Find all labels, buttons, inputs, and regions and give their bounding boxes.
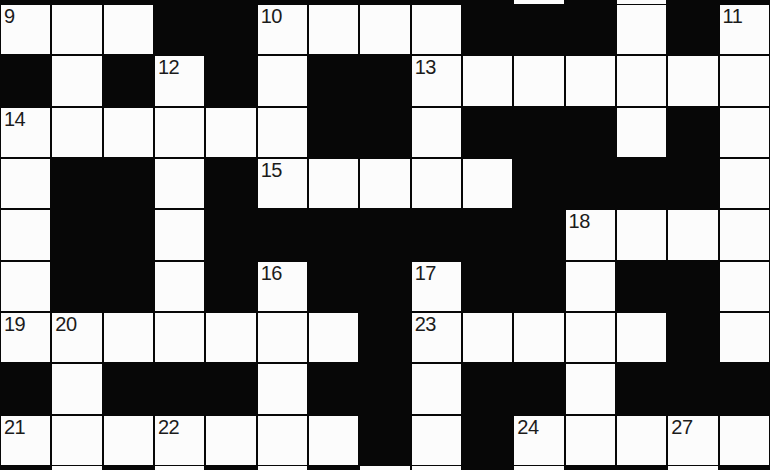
black-cell-r6c13 [616,261,667,312]
white-cell-r4c8[interactable] [359,158,410,209]
black-cell-r5c6 [257,209,308,260]
black-cell-r4c14 [667,158,718,209]
clue-number-12: 12 [158,57,179,77]
black-cell-r5c11 [513,209,564,260]
black-cell-r9c8 [359,415,410,466]
clue-number-14: 14 [4,109,25,129]
white-cell-r7c12[interactable] [565,312,616,363]
black-cell-r6c14 [667,261,718,312]
white-cell-r2c9[interactable]: 13 [411,55,462,106]
clue-number-17: 17 [415,263,436,283]
white-cell-r2c12[interactable] [565,55,616,106]
white-cell-r2c15[interactable] [719,55,770,106]
black-cell-r6c8 [359,261,410,312]
black-cell-r5c3 [103,209,154,260]
black-cell-r7c8 [359,312,410,363]
white-cell-r5c15[interactable] [719,209,770,260]
black-cell-r1c10 [462,4,513,55]
white-cell-r3c15[interactable] [719,107,770,158]
white-cell-r4c15[interactable] [719,158,770,209]
white-cell-r7c1[interactable]: 19 [0,312,51,363]
white-cell-r5c14[interactable] [667,209,718,260]
white-cell-r9c1[interactable]: 21 [0,415,51,466]
bottom-sliver-cell-c6 [257,466,308,470]
black-cell-r2c3 [103,55,154,106]
bottom-sliver-cell-c8 [359,466,410,470]
black-cell-r3c8 [359,107,410,158]
black-cell-r8c13 [616,363,667,414]
white-cell-r1c15[interactable]: 11 [719,4,770,55]
white-cell-r2c13[interactable] [616,55,667,106]
white-cell-r2c6[interactable] [257,55,308,106]
white-cell-r6c1[interactable] [0,261,51,312]
white-cell-r2c14[interactable] [667,55,718,106]
white-cell-r2c10[interactable] [462,55,513,106]
white-cell-r7c3[interactable] [103,312,154,363]
bottom-sliver-cell-c11 [513,466,564,470]
black-cell-r4c5 [205,158,256,209]
black-cell-r8c3 [103,363,154,414]
white-cell-r5c13[interactable] [616,209,667,260]
black-cell-r8c1 [0,363,51,414]
white-cell-r2c2[interactable] [51,55,102,106]
clue-number-22: 22 [158,417,179,437]
white-cell-r8c12[interactable] [565,363,616,414]
black-cell-r6c7 [308,261,359,312]
white-cell-r9c13[interactable] [616,415,667,466]
black-cell-r4c12 [565,158,616,209]
white-cell-r3c3[interactable] [103,107,154,158]
white-cell-r7c10[interactable] [462,312,513,363]
black-cell-r5c8 [359,209,410,260]
white-cell-r8c6[interactable] [257,363,308,414]
black-cell-r4c3 [103,158,154,209]
white-cell-r7c7[interactable] [308,312,359,363]
white-cell-r5c12[interactable]: 18 [565,209,616,260]
white-cell-r9c11[interactable]: 24 [513,415,564,466]
bottom-sliver-cell-c1 [0,466,51,470]
black-cell-r8c14 [667,363,718,414]
white-cell-r7c2[interactable]: 20 [51,312,102,363]
black-cell-r9c10 [462,415,513,466]
white-cell-r6c6[interactable]: 16 [257,261,308,312]
clue-number-21: 21 [4,417,25,437]
white-cell-r3c6[interactable] [257,107,308,158]
bottom-sliver-cell-c4 [154,466,205,470]
white-cell-r6c4[interactable] [154,261,205,312]
clue-number-9: 9 [4,6,15,26]
black-cell-r3c11 [513,107,564,158]
black-cell-r8c8 [359,363,410,414]
black-cell-r6c3 [103,261,154,312]
black-cell-r2c1 [0,55,51,106]
white-cell-r9c2[interactable] [51,415,102,466]
white-cell-r1c2[interactable] [51,4,102,55]
white-cell-r1c3[interactable] [103,4,154,55]
black-cell-r2c7 [308,55,359,106]
black-cell-r1c11 [513,4,564,55]
black-cell-r5c9 [411,209,462,260]
black-cell-r6c2 [51,261,102,312]
black-cell-r1c12 [565,4,616,55]
black-cell-r1c5 [205,4,256,55]
black-cell-r6c5 [205,261,256,312]
black-cell-r8c4 [154,363,205,414]
black-cell-r2c5 [205,55,256,106]
black-cell-r4c13 [616,158,667,209]
bottom-sliver-cell-c15 [719,466,770,470]
black-cell-r8c11 [513,363,564,414]
white-cell-r7c15[interactable] [719,312,770,363]
white-cell-r5c1[interactable] [0,209,51,260]
white-cell-r4c10[interactable] [462,158,513,209]
white-cell-r1c9[interactable] [411,4,462,55]
black-cell-r8c5 [205,363,256,414]
white-cell-r4c9[interactable] [411,158,462,209]
white-cell-r5c4[interactable] [154,209,205,260]
white-cell-r4c4[interactable] [154,158,205,209]
clue-number-16: 16 [261,263,282,283]
white-cell-r9c7[interactable] [308,415,359,466]
clue-number-11: 11 [723,6,743,26]
crossword-board-wrap: 910111213141518161719202321222427 [0,0,770,470]
white-cell-r3c13[interactable] [616,107,667,158]
black-cell-r6c11 [513,261,564,312]
white-cell-r9c3[interactable] [103,415,154,466]
white-cell-r9c9[interactable] [411,415,462,466]
black-cell-r3c14 [667,107,718,158]
white-cell-r3c4[interactable] [154,107,205,158]
white-cell-r2c11[interactable] [513,55,564,106]
white-cell-r9c12[interactable] [565,415,616,466]
bottom-sliver-cell-c10 [462,466,513,470]
white-cell-r1c1[interactable]: 9 [0,4,51,55]
white-cell-r3c5[interactable] [205,107,256,158]
white-cell-r3c1[interactable]: 14 [0,107,51,158]
bottom-sliver-cell-c7 [308,466,359,470]
black-cell-r3c12 [565,107,616,158]
white-cell-r1c6[interactable]: 10 [257,4,308,55]
white-cell-r1c7[interactable] [308,4,359,55]
black-cell-r3c10 [462,107,513,158]
white-cell-r6c12[interactable] [565,261,616,312]
white-cell-r3c2[interactable] [51,107,102,158]
white-cell-r9c4[interactable]: 22 [154,415,205,466]
bottom-sliver-cell-c2 [51,466,102,470]
white-cell-r7c5[interactable] [205,312,256,363]
white-cell-r1c8[interactable] [359,4,410,55]
white-cell-r4c6[interactable]: 15 [257,158,308,209]
white-cell-r2c4[interactable]: 12 [154,55,205,106]
clue-number-10: 10 [261,6,282,26]
black-cell-r7c14 [667,312,718,363]
black-cell-r8c7 [308,363,359,414]
black-cell-r8c15 [719,363,770,414]
black-cell-r1c4 [154,4,205,55]
clue-number-15: 15 [261,160,282,180]
black-cell-r5c5 [205,209,256,260]
clue-number-27: 27 [671,417,692,437]
black-cell-r3c7 [308,107,359,158]
clue-number-13: 13 [415,57,436,77]
bottom-sliver-cell-c9 [411,466,462,470]
crossword-board: 910111213141518161719202321222427 [0,0,770,470]
white-cell-r4c7[interactable] [308,158,359,209]
bottom-sliver-cell-c3 [103,466,154,470]
black-cell-r5c10 [462,209,513,260]
black-cell-r2c8 [359,55,410,106]
clue-number-20: 20 [55,314,76,334]
white-cell-r6c9[interactable]: 17 [411,261,462,312]
clue-number-18: 18 [569,211,590,231]
white-cell-r1c13[interactable] [616,4,667,55]
white-cell-r9c5[interactable] [205,415,256,466]
black-cell-r8c10 [462,363,513,414]
white-cell-r7c6[interactable] [257,312,308,363]
white-cell-r7c9[interactable]: 23 [411,312,462,363]
white-cell-r9c14[interactable]: 27 [667,415,718,466]
white-cell-r7c11[interactable] [513,312,564,363]
white-cell-r7c4[interactable] [154,312,205,363]
black-cell-r5c7 [308,209,359,260]
white-cell-r3c9[interactable] [411,107,462,158]
bottom-sliver-cell-c5 [205,466,256,470]
white-cell-r6c15[interactable] [719,261,770,312]
white-cell-r9c15[interactable] [719,415,770,466]
bottom-sliver-cell-c13 [616,466,667,470]
clue-number-24: 24 [517,417,538,437]
white-cell-r8c2[interactable] [51,363,102,414]
black-cell-r5c2 [51,209,102,260]
white-cell-r8c9[interactable] [411,363,462,414]
white-cell-r7c13[interactable] [616,312,667,363]
black-cell-r4c11 [513,158,564,209]
white-cell-r9c6[interactable] [257,415,308,466]
bottom-sliver-cell-c14 [667,466,718,470]
clue-number-23: 23 [415,314,436,334]
black-cell-r1c14 [667,4,718,55]
bottom-sliver-cell-c12 [565,466,616,470]
white-cell-r4c1[interactable] [0,158,51,209]
black-cell-r6c10 [462,261,513,312]
clue-number-19: 19 [4,314,25,334]
black-cell-r4c2 [51,158,102,209]
